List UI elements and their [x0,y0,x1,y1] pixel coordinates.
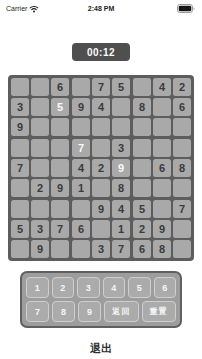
cell-r9c9[interactable] [173,240,191,258]
cell-r6c3[interactable]: 9 [51,179,69,197]
game-timer: 00:12 [72,43,130,61]
cell-r9c7[interactable]: 6 [133,240,151,258]
cell-r8c5[interactable] [92,220,110,238]
cell-r7c1[interactable] [11,200,29,218]
cell-r6c6[interactable]: 8 [112,179,130,197]
cell-r4c1[interactable] [11,139,29,157]
exit-button[interactable]: 退出 [0,341,202,356]
pad-button-2[interactable]: 2 [52,277,75,298]
cell-r5c9[interactable]: 8 [173,159,191,177]
pad-button-back[interactable]: 返回 [104,301,139,322]
status-right [177,4,196,13]
cell-r5c5[interactable]: 2 [92,159,110,177]
cell-r8c6[interactable]: 1 [112,220,130,238]
cell-r2c1[interactable]: 3 [11,98,29,116]
cell-r1c7[interactable] [133,78,151,96]
cell-r1c2[interactable] [31,78,49,96]
cell-r9c5[interactable]: 3 [92,240,110,258]
cell-r3c3[interactable] [51,118,69,136]
pad-button-6[interactable]: 6 [154,277,177,298]
number-pad: 123456 789返回重置 [20,271,182,328]
cell-r1c4[interactable] [72,78,90,96]
cell-r6c5[interactable] [92,179,110,197]
cell-r6c4[interactable]: 1 [72,179,90,197]
cell-r7c9[interactable]: 7 [173,200,191,218]
cell-r8c9[interactable] [173,220,191,238]
cell-r7c8[interactable] [153,200,171,218]
cell-r5c7[interactable] [133,159,151,177]
cell-r3c7[interactable] [133,118,151,136]
cell-r5c4[interactable]: 4 [72,159,90,177]
cell-r8c1[interactable]: 5 [11,220,29,238]
cell-r3c9[interactable] [173,118,191,136]
pad-row-2: 789返回重置 [26,301,176,322]
cell-r9c4[interactable] [72,240,90,258]
cell-r4c9[interactable] [173,139,191,157]
cell-r3c5[interactable] [92,118,110,136]
carrier-label: Carrier [6,5,27,12]
cell-r2c5[interactable]: 4 [92,98,110,116]
cell-r5c1[interactable]: 7 [11,159,29,177]
cell-r4c7[interactable] [133,139,151,157]
cell-r7c3[interactable] [51,200,69,218]
wifi-icon [29,5,39,13]
pad-button-4[interactable]: 4 [103,277,126,298]
cell-r5c2[interactable] [31,159,49,177]
cell-r2c2[interactable] [31,98,49,116]
sudoku-box-5: 7342918 [72,139,130,197]
sudoku-box-7: 5379 [11,200,69,258]
cell-r3c4[interactable] [72,118,90,136]
pad-button-8[interactable]: 8 [52,301,75,322]
cell-r4c4[interactable]: 7 [72,139,90,157]
cell-r1c9[interactable]: 2 [173,78,191,96]
cell-r2c3[interactable]: 5 [51,98,69,116]
sudoku-board: 6359759442867297342918685379946137572968 [8,75,194,261]
cell-r2c9[interactable]: 6 [173,98,191,116]
pad-row-1: 123456 [26,277,176,298]
cell-r7c4[interactable] [72,200,90,218]
cell-r5c6[interactable]: 9 [112,159,130,177]
pad-button-reset[interactable]: 重置 [142,301,177,322]
cell-r6c8[interactable] [153,179,171,197]
cell-r3c6[interactable] [112,118,130,136]
status-bar: Carrier 2:48 PM [0,0,202,14]
pad-button-7[interactable]: 7 [26,301,49,322]
pad-button-9[interactable]: 9 [78,301,101,322]
cell-r6c7[interactable] [133,179,151,197]
cell-r2c4[interactable]: 9 [72,98,90,116]
cell-r9c3[interactable] [51,240,69,258]
cell-r6c2[interactable]: 2 [31,179,49,197]
status-left: Carrier [6,5,39,13]
sudoku-box-8: 946137 [72,200,130,258]
sudoku-box-3: 4286 [133,78,191,136]
sudoku-app-screen: Carrier 2:48 PM 00:12 635975944286729734… [0,0,202,359]
cell-r8c3[interactable]: 7 [51,220,69,238]
cell-r6c9[interactable] [173,179,191,197]
cell-r5c3[interactable] [51,159,69,177]
cell-r1c3[interactable]: 6 [51,78,69,96]
cell-r7c6[interactable]: 4 [112,200,130,218]
cell-r8c7[interactable]: 2 [133,220,151,238]
cell-r9c8[interactable]: 8 [153,240,171,258]
cell-r7c5[interactable]: 9 [92,200,110,218]
cell-r4c6[interactable]: 3 [112,139,130,157]
cell-r8c4[interactable]: 6 [72,220,90,238]
pad-button-1[interactable]: 1 [26,277,49,298]
sudoku-box-6: 68 [133,139,191,197]
sudoku-box-2: 7594 [72,78,130,136]
cell-r4c3[interactable] [51,139,69,157]
pad-button-3[interactable]: 3 [77,277,100,298]
cell-r2c8[interactable] [153,98,171,116]
cell-r4c8[interactable] [153,139,171,157]
sudoku-box-9: 572968 [133,200,191,258]
cell-r9c6[interactable]: 7 [112,240,130,258]
cell-r4c2[interactable] [31,139,49,157]
cell-r7c2[interactable] [31,200,49,218]
cell-r9c2[interactable]: 9 [31,240,49,258]
timer-value: 00:12 [87,47,115,58]
cell-r8c2[interactable]: 3 [31,220,49,238]
cell-r5c8[interactable]: 6 [153,159,171,177]
sudoku-box-4: 729 [11,139,69,197]
cell-r9c1[interactable] [11,240,29,258]
cell-r2c7[interactable]: 8 [133,98,151,116]
sudoku-box-1: 6359 [11,78,69,136]
cell-r2c6[interactable] [112,98,130,116]
cell-r1c5[interactable]: 7 [92,78,110,96]
battery-icon [177,4,196,13]
cell-r1c6[interactable]: 5 [112,78,130,96]
cell-r3c2[interactable] [31,118,49,136]
cell-r7c7[interactable]: 5 [133,200,151,218]
cell-r3c8[interactable] [153,118,171,136]
cell-r8c8[interactable]: 9 [153,220,171,238]
cell-r1c1[interactable] [11,78,29,96]
cell-r1c8[interactable]: 4 [153,78,171,96]
pad-button-5[interactable]: 5 [128,277,151,298]
cell-r3c1[interactable]: 9 [11,118,29,136]
cell-r4c5[interactable] [92,139,110,157]
cell-r6c1[interactable] [11,179,29,197]
